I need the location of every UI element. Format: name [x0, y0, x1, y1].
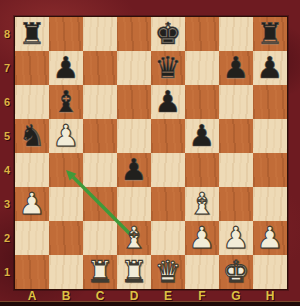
black-queen[interactable]: ♛	[151, 51, 185, 85]
square-e6[interactable]: ♟	[151, 85, 185, 119]
square-f2[interactable]: ♟	[185, 221, 219, 255]
square-f3[interactable]: ♝	[185, 187, 219, 221]
square-c2[interactable]	[83, 221, 117, 255]
board: ♜♚♜♟♛♟♟♝♟♞♟♟♟♟♝♝♟♟♟♜♜♛♚	[15, 17, 287, 289]
black-pawn[interactable]: ♟	[253, 51, 287, 85]
rank-label-2: 2	[0, 221, 14, 255]
square-e7[interactable]: ♛	[151, 51, 185, 85]
square-c7[interactable]	[83, 51, 117, 85]
square-e2[interactable]	[151, 221, 185, 255]
rank-label-1: 1	[0, 255, 14, 289]
square-d4[interactable]: ♟	[117, 153, 151, 187]
square-h1[interactable]	[253, 255, 287, 289]
square-g7[interactable]: ♟	[219, 51, 253, 85]
white-bishop[interactable]: ♝	[185, 187, 219, 221]
rank-label-4: 4	[0, 153, 14, 187]
white-pawn[interactable]: ♟	[219, 221, 253, 255]
square-g4[interactable]	[219, 153, 253, 187]
square-a3[interactable]: ♟	[15, 187, 49, 221]
square-f8[interactable]	[185, 17, 219, 51]
square-b2[interactable]	[49, 221, 83, 255]
square-e3[interactable]	[151, 187, 185, 221]
square-e1[interactable]: ♛	[151, 255, 185, 289]
square-h5[interactable]	[253, 119, 287, 153]
square-d5[interactable]	[117, 119, 151, 153]
square-a8[interactable]: ♜	[15, 17, 49, 51]
square-g2[interactable]: ♟	[219, 221, 253, 255]
chess-diagram: 87654321 ♜♚♜♟♛♟♟♝♟♞♟♟♟♟♝♝♟♟♟♜♜♛♚ ABCDEFG…	[0, 0, 300, 306]
square-b4[interactable]	[49, 153, 83, 187]
black-pawn[interactable]: ♟	[151, 85, 185, 119]
square-c5[interactable]	[83, 119, 117, 153]
square-h2[interactable]: ♟	[253, 221, 287, 255]
rank-label-5: 5	[0, 119, 14, 153]
white-pawn[interactable]: ♟	[253, 221, 287, 255]
rank-label-8: 8	[0, 17, 14, 51]
square-d1[interactable]: ♜	[117, 255, 151, 289]
square-h4[interactable]	[253, 153, 287, 187]
white-pawn[interactable]: ♟	[15, 187, 49, 221]
square-a4[interactable]	[15, 153, 49, 187]
black-rook[interactable]: ♜	[15, 17, 49, 51]
square-e4[interactable]	[151, 153, 185, 187]
square-c8[interactable]	[83, 17, 117, 51]
square-d6[interactable]	[117, 85, 151, 119]
square-h3[interactable]	[253, 187, 287, 221]
white-bishop[interactable]: ♝	[117, 221, 151, 255]
square-a2[interactable]	[15, 221, 49, 255]
square-d2[interactable]: ♝	[117, 221, 151, 255]
square-b3[interactable]	[49, 187, 83, 221]
rank-label-3: 3	[0, 187, 14, 221]
black-pawn[interactable]: ♟	[117, 153, 151, 187]
square-f5[interactable]: ♟	[185, 119, 219, 153]
square-c3[interactable]	[83, 187, 117, 221]
square-c4[interactable]	[83, 153, 117, 187]
square-d8[interactable]	[117, 17, 151, 51]
black-king[interactable]: ♚	[151, 17, 185, 51]
white-king[interactable]: ♚	[219, 255, 253, 289]
square-b7[interactable]: ♟	[49, 51, 83, 85]
square-b5[interactable]: ♟	[49, 119, 83, 153]
square-b6[interactable]: ♝	[49, 85, 83, 119]
square-e8[interactable]: ♚	[151, 17, 185, 51]
square-c1[interactable]: ♜	[83, 255, 117, 289]
rank-label-6: 6	[0, 85, 14, 119]
square-f6[interactable]	[185, 85, 219, 119]
square-h7[interactable]: ♟	[253, 51, 287, 85]
rank-label-7: 7	[0, 51, 14, 85]
square-h6[interactable]	[253, 85, 287, 119]
black-knight[interactable]: ♞	[15, 119, 49, 153]
square-a5[interactable]: ♞	[15, 119, 49, 153]
white-rook[interactable]: ♜	[117, 255, 151, 289]
square-g5[interactable]	[219, 119, 253, 153]
square-a7[interactable]	[15, 51, 49, 85]
white-rook[interactable]: ♜	[83, 255, 117, 289]
bottom-strip	[0, 301, 300, 306]
white-queen[interactable]: ♛	[151, 255, 185, 289]
square-d3[interactable]	[117, 187, 151, 221]
rank-labels: 87654321	[0, 17, 14, 289]
square-b1[interactable]	[49, 255, 83, 289]
square-d7[interactable]	[117, 51, 151, 85]
board-frame: ♜♚♜♟♛♟♟♝♟♞♟♟♟♟♝♝♟♟♟♜♜♛♚	[14, 16, 288, 290]
white-pawn[interactable]: ♟	[49, 119, 83, 153]
square-g8[interactable]	[219, 17, 253, 51]
square-b8[interactable]	[49, 17, 83, 51]
square-g3[interactable]	[219, 187, 253, 221]
square-c6[interactable]	[83, 85, 117, 119]
square-g6[interactable]	[219, 85, 253, 119]
black-rook[interactable]: ♜	[253, 17, 287, 51]
square-g1[interactable]: ♚	[219, 255, 253, 289]
square-a6[interactable]	[15, 85, 49, 119]
black-bishop[interactable]: ♝	[49, 85, 83, 119]
square-f4[interactable]	[185, 153, 219, 187]
square-e5[interactable]	[151, 119, 185, 153]
square-a1[interactable]	[15, 255, 49, 289]
black-pawn[interactable]: ♟	[49, 51, 83, 85]
square-h8[interactable]: ♜	[253, 17, 287, 51]
black-pawn[interactable]: ♟	[185, 119, 219, 153]
square-f1[interactable]	[185, 255, 219, 289]
white-pawn[interactable]: ♟	[185, 221, 219, 255]
square-f7[interactable]	[185, 51, 219, 85]
black-pawn[interactable]: ♟	[219, 51, 253, 85]
